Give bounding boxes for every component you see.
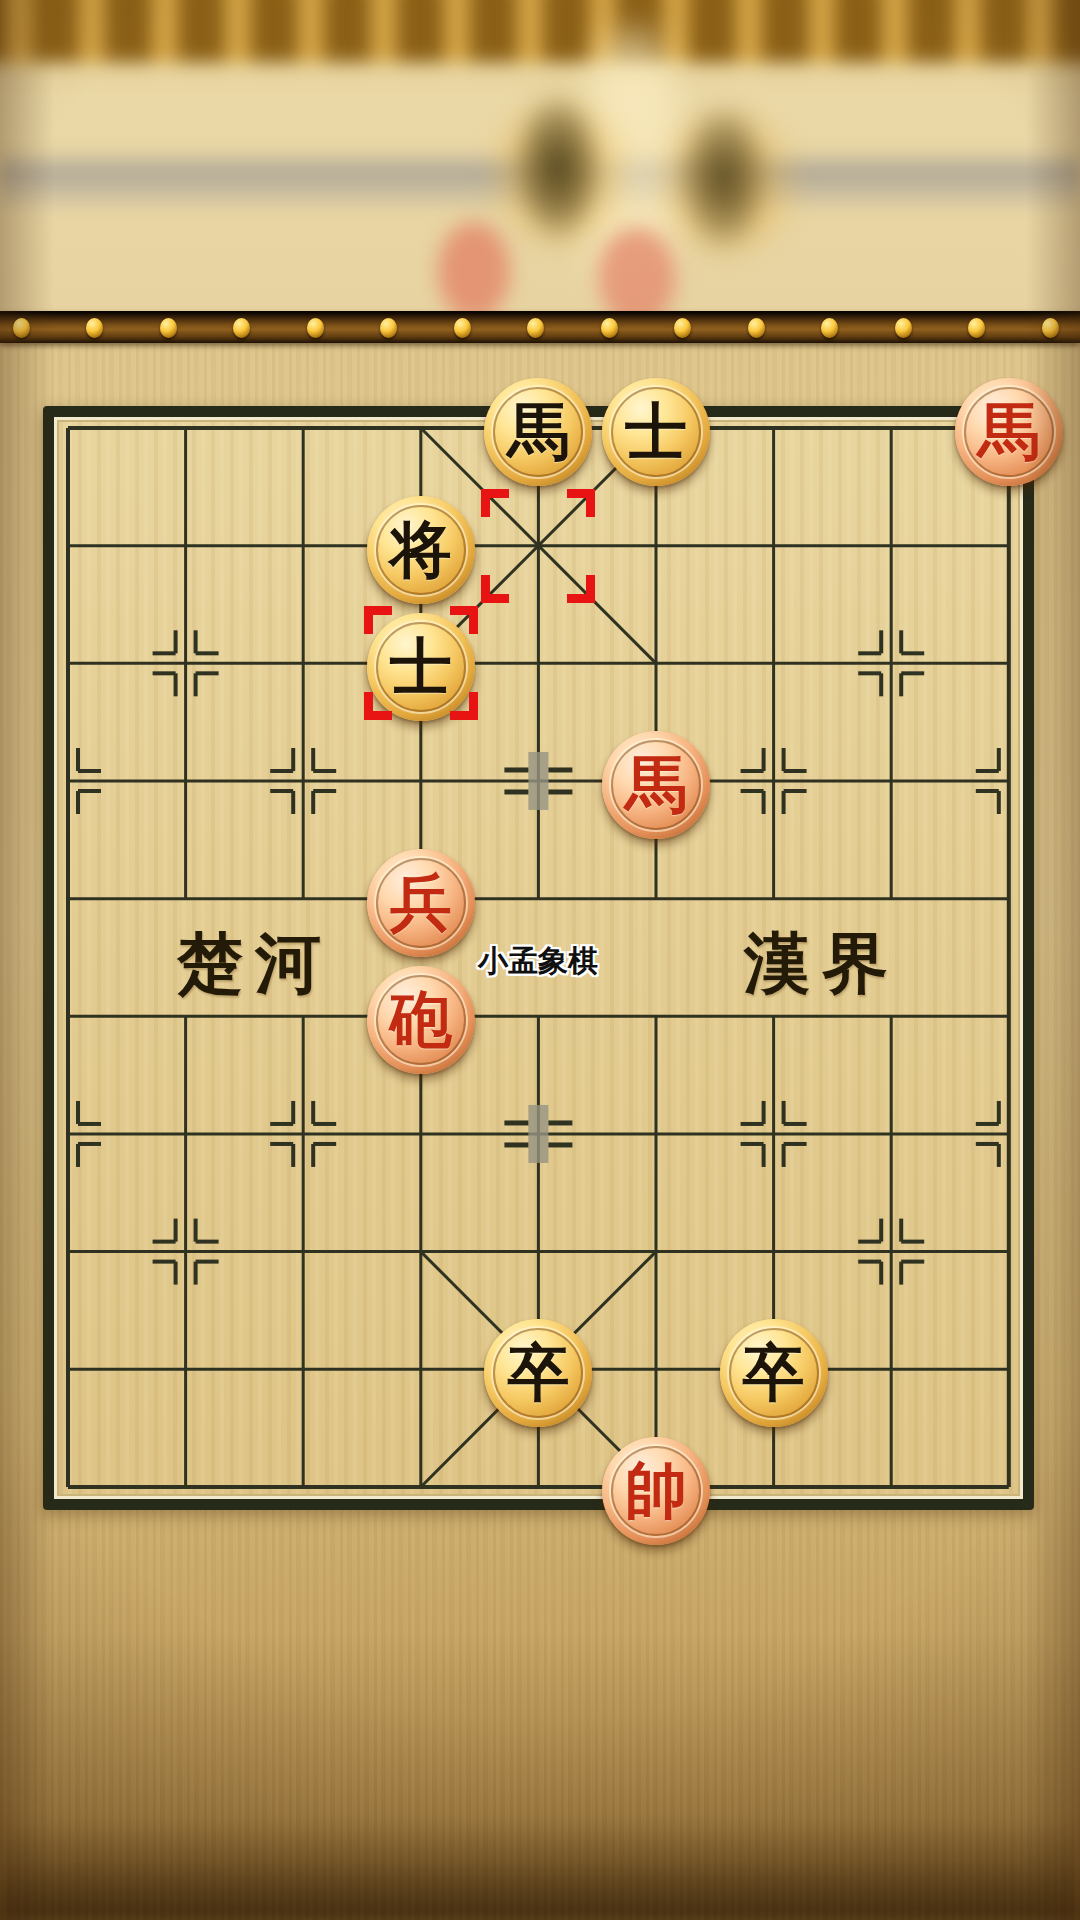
piece-glyph: 馬 [507, 401, 569, 463]
blurred-gold-glow [615, 65, 840, 300]
stud-ornament [13, 318, 30, 338]
piece-glyph: 砲 [390, 989, 452, 1051]
stud-ornament [895, 318, 912, 338]
stud-ornament [380, 318, 397, 338]
piece-glyph: 帥 [625, 1460, 687, 1522]
stud-ornament [674, 318, 691, 338]
piece-glyph: 馬 [625, 754, 687, 816]
blurred-light-pillar [585, 30, 680, 310]
blurred-gray-band [0, 148, 1080, 210]
piece-glyph: 兵 [390, 872, 452, 934]
stud-ornament [821, 318, 838, 338]
piece-glyph: 士 [625, 401, 687, 463]
stud-ornament [233, 318, 250, 338]
stud-ornament [968, 318, 985, 338]
piece-glyph: 士 [390, 636, 452, 698]
stud-ornament [748, 318, 765, 338]
blurred-ornament-row [0, 0, 1080, 62]
stud-rail [0, 311, 1080, 343]
piece-black-horse[interactable]: 馬 [484, 378, 592, 486]
piece-red-cannon[interactable]: 砲 [367, 966, 475, 1074]
blurred-red-accent [438, 222, 510, 311]
piece-glyph: 卒 [507, 1342, 569, 1404]
stud-ornament [160, 318, 177, 338]
piece-glyph: 馬 [978, 401, 1040, 463]
piece-black-soldier[interactable]: 卒 [484, 1319, 592, 1427]
blurred-figure [678, 103, 770, 253]
blurred-figure [512, 92, 604, 244]
stud-ornament [527, 318, 544, 338]
piece-black-advisor[interactable]: 士 [367, 613, 475, 721]
piece-red-horse[interactable]: 馬 [602, 731, 710, 839]
piece-red-soldier[interactable]: 兵 [367, 849, 475, 957]
xiangqi-app-screen: { "game": "xiangqi", "app": { "watermark… [0, 0, 1080, 1920]
stud-ornament [86, 318, 103, 338]
blurred-gold-glow [448, 55, 673, 290]
piece-red-horse[interactable]: 馬 [955, 378, 1063, 486]
piece-glyph: 将 [390, 519, 452, 581]
bottom-shadow [0, 1820, 1080, 1920]
blurred-header-scene [0, 0, 1080, 311]
piece-glyph: 卒 [743, 1342, 805, 1404]
stud-ornament [601, 318, 618, 338]
piece-black-advisor[interactable]: 士 [602, 378, 710, 486]
stud-ornament [1042, 318, 1059, 338]
piece-red-general[interactable]: 帥 [602, 1437, 710, 1545]
piece-black-general[interactable]: 将 [367, 496, 475, 604]
river-label-chuhe: 楚河 [125, 922, 385, 1006]
river-label-hanjie: 漢界 [692, 922, 952, 1006]
stud-ornament [454, 318, 471, 338]
piece-black-soldier[interactable]: 卒 [720, 1319, 828, 1427]
blurred-red-accent [598, 228, 676, 311]
stud-ornament [307, 318, 324, 338]
